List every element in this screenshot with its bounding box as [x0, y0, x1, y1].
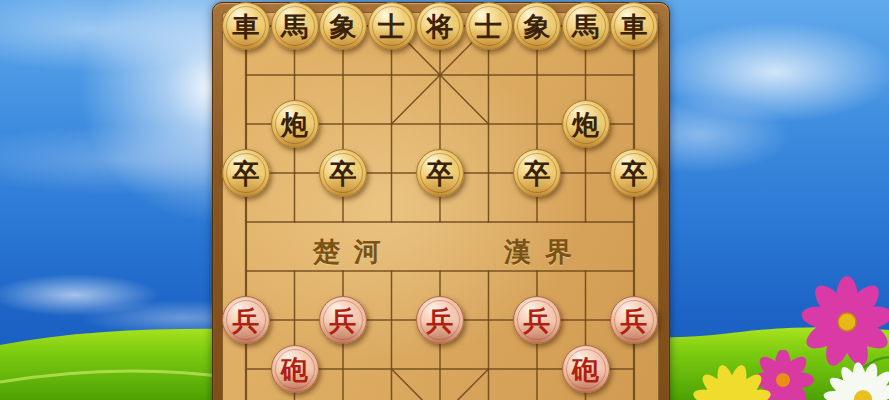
river-label-chu: 楚河 — [313, 234, 395, 270]
piece-black-車-c8r0[interactable]: 車 — [610, 2, 658, 50]
scene: 楚河 漢界 車馬象士将士象馬車炮炮卒卒卒卒卒兵兵兵兵兵砲砲 — [0, 0, 889, 400]
river-label-han: 漢界 — [504, 234, 586, 270]
piece-black-将-c4r0[interactable]: 将 — [416, 2, 464, 50]
piece-red-兵-c2r6[interactable]: 兵 — [319, 296, 367, 344]
piece-black-炮-c1r2[interactable]: 炮 — [271, 100, 319, 148]
piece-black-士-c3r0[interactable]: 士 — [368, 2, 416, 50]
piece-black-卒-c0r3[interactable]: 卒 — [222, 149, 270, 197]
yellow-flower-icon — [690, 360, 774, 400]
piece-black-象-c6r0[interactable]: 象 — [513, 2, 561, 50]
piece-black-卒-c2r3[interactable]: 卒 — [319, 149, 367, 197]
piece-black-炮-c7r2[interactable]: 炮 — [562, 100, 610, 148]
piece-red-兵-c8r6[interactable]: 兵 — [610, 296, 658, 344]
white-daisy-flower-icon — [815, 358, 889, 400]
piece-black-車-c0r0[interactable]: 車 — [222, 2, 270, 50]
piece-red-兵-c6r6[interactable]: 兵 — [513, 296, 561, 344]
piece-red-兵-c0r6[interactable]: 兵 — [222, 296, 270, 344]
xiangqi-board: 楚河 漢界 車馬象士将士象馬車炮炮卒卒卒卒卒兵兵兵兵兵砲砲 — [212, 2, 670, 400]
piece-red-砲-c7r7[interactable]: 砲 — [562, 345, 610, 393]
piece-red-兵-c4r6[interactable]: 兵 — [416, 296, 464, 344]
piece-black-馬-c1r0[interactable]: 馬 — [271, 2, 319, 50]
piece-black-卒-c6r3[interactable]: 卒 — [513, 149, 561, 197]
piece-black-士-c5r0[interactable]: 士 — [465, 2, 513, 50]
piece-red-砲-c1r7[interactable]: 砲 — [271, 345, 319, 393]
piece-black-馬-c7r0[interactable]: 馬 — [562, 2, 610, 50]
flower-center — [838, 313, 856, 331]
piece-black-象-c2r0[interactable]: 象 — [319, 2, 367, 50]
piece-black-卒-c8r3[interactable]: 卒 — [610, 149, 658, 197]
piece-black-卒-c4r3[interactable]: 卒 — [416, 149, 464, 197]
